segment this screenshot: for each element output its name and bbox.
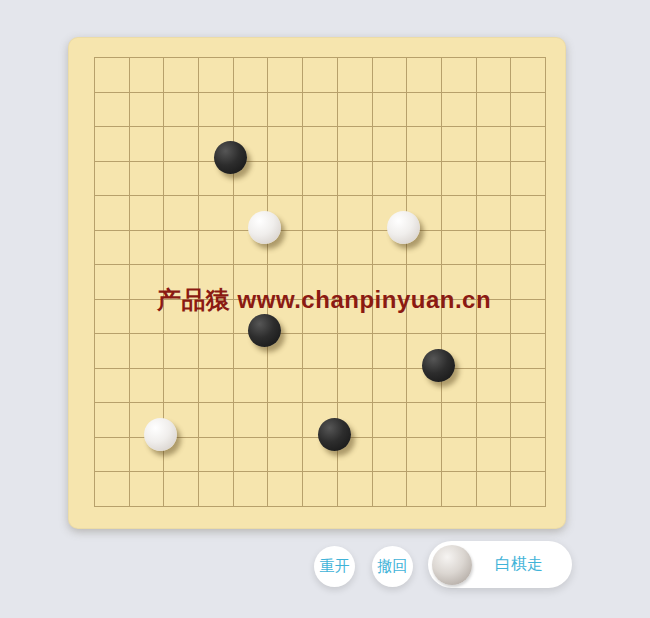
- white-stone: ○: [144, 418, 177, 451]
- white-stone-icon: ○: [432, 545, 472, 585]
- black-stone: ●: [318, 418, 351, 451]
- restart-button[interactable]: 重开: [314, 546, 355, 587]
- game-board[interactable]: ●○○●●○●: [68, 37, 566, 529]
- turn-indicator: ○ 白棋走: [428, 541, 572, 588]
- watermark-text: 产品猿 www.chanpinyuan.cn: [157, 284, 491, 316]
- page: { "game": "gomoku (五子棋) — stones on a 14…: [0, 0, 650, 618]
- undo-button[interactable]: 撤回: [372, 546, 413, 587]
- white-stone: ○: [248, 211, 281, 244]
- black-stone: ●: [214, 141, 247, 174]
- black-stone: ●: [422, 349, 455, 382]
- controls-bar: 重开 撤回 ○ 白棋走: [0, 541, 650, 591]
- white-stone: ○: [387, 211, 420, 244]
- stones-layer: ●○○●●○●: [94, 57, 546, 507]
- turn-label: 白棋走: [472, 554, 572, 575]
- black-stone: ●: [248, 314, 281, 347]
